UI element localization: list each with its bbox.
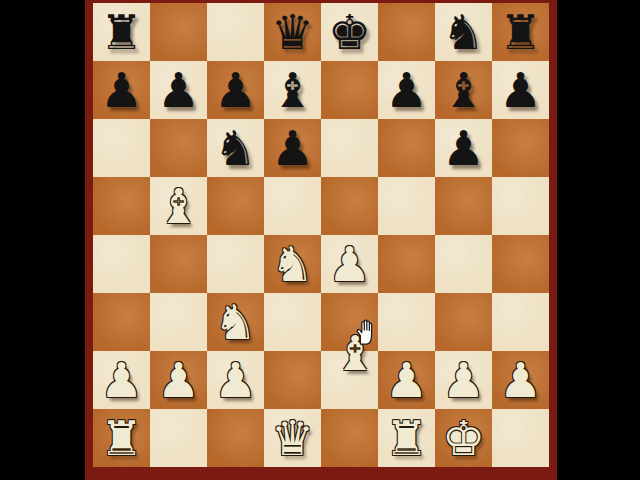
square-a5[interactable]	[93, 177, 150, 235]
white-pawn[interactable]: ♟	[492, 351, 549, 409]
chess-board[interactable]: ♜♛♚♞♜♟♟♟♝♟♝♟♞♟♟♝♞♟♞♟♟♟♟♟♟♜♛♜♚	[93, 3, 549, 467]
white-knight[interactable]: ♞	[207, 293, 264, 351]
square-b1[interactable]	[150, 409, 207, 467]
square-d2[interactable]	[264, 351, 321, 409]
square-d8[interactable]: ♛	[264, 3, 321, 61]
square-h1[interactable]	[492, 409, 549, 467]
square-c5[interactable]	[207, 177, 264, 235]
square-b8[interactable]	[150, 3, 207, 61]
board-frame: ♜♛♚♞♜♟♟♟♝♟♝♟♞♟♟♝♞♟♞♟♟♟♟♟♟♜♛♜♚ ♝	[85, 0, 557, 480]
square-g6[interactable]: ♟	[435, 119, 492, 177]
square-d4[interactable]: ♞	[264, 235, 321, 293]
square-c3[interactable]: ♞	[207, 293, 264, 351]
white-pawn[interactable]: ♟	[321, 235, 378, 293]
square-a2[interactable]: ♟	[93, 351, 150, 409]
square-f6[interactable]	[378, 119, 435, 177]
square-b5[interactable]: ♝	[150, 177, 207, 235]
square-g4[interactable]	[435, 235, 492, 293]
square-a6[interactable]	[93, 119, 150, 177]
black-knight[interactable]: ♞	[207, 119, 264, 177]
chess-app-window: ♜♛♚♞♜♟♟♟♝♟♝♟♞♟♟♝♞♟♞♟♟♟♟♟♟♜♛♜♚ ♝	[0, 0, 640, 480]
square-c6[interactable]: ♞	[207, 119, 264, 177]
black-king[interactable]: ♚	[321, 3, 378, 61]
square-a4[interactable]	[93, 235, 150, 293]
square-c1[interactable]	[207, 409, 264, 467]
square-h8[interactable]: ♜	[492, 3, 549, 61]
square-g8[interactable]: ♞	[435, 3, 492, 61]
white-knight[interactable]: ♞	[264, 235, 321, 293]
square-b7[interactable]: ♟	[150, 61, 207, 119]
black-rook[interactable]: ♜	[93, 3, 150, 61]
black-bishop[interactable]: ♝	[435, 61, 492, 119]
square-f4[interactable]	[378, 235, 435, 293]
black-pawn[interactable]: ♟	[207, 61, 264, 119]
square-g5[interactable]	[435, 177, 492, 235]
square-e4[interactable]: ♟	[321, 235, 378, 293]
white-pawn[interactable]: ♟	[378, 351, 435, 409]
square-a7[interactable]: ♟	[93, 61, 150, 119]
white-pawn[interactable]: ♟	[435, 351, 492, 409]
black-knight[interactable]: ♞	[435, 3, 492, 61]
square-b4[interactable]	[150, 235, 207, 293]
square-d3[interactable]	[264, 293, 321, 351]
white-rook[interactable]: ♜	[378, 409, 435, 467]
black-pawn[interactable]: ♟	[150, 61, 207, 119]
square-h6[interactable]	[492, 119, 549, 177]
square-g1[interactable]: ♚	[435, 409, 492, 467]
square-f7[interactable]: ♟	[378, 61, 435, 119]
square-f5[interactable]	[378, 177, 435, 235]
square-a8[interactable]: ♜	[93, 3, 150, 61]
square-f1[interactable]: ♜	[378, 409, 435, 467]
square-g2[interactable]: ♟	[435, 351, 492, 409]
black-bishop[interactable]: ♝	[264, 61, 321, 119]
square-c8[interactable]	[207, 3, 264, 61]
square-f8[interactable]	[378, 3, 435, 61]
square-b2[interactable]: ♟	[150, 351, 207, 409]
black-rook[interactable]: ♜	[492, 3, 549, 61]
square-d5[interactable]	[264, 177, 321, 235]
square-e8[interactable]: ♚	[321, 3, 378, 61]
square-g3[interactable]	[435, 293, 492, 351]
white-queen[interactable]: ♛	[264, 409, 321, 467]
white-bishop[interactable]: ♝	[150, 177, 207, 235]
square-e1[interactable]	[321, 409, 378, 467]
square-e2[interactable]	[321, 351, 378, 409]
white-rook[interactable]: ♜	[93, 409, 150, 467]
black-pawn[interactable]: ♟	[435, 119, 492, 177]
square-c4[interactable]	[207, 235, 264, 293]
square-a3[interactable]	[93, 293, 150, 351]
square-b6[interactable]	[150, 119, 207, 177]
square-g7[interactable]: ♝	[435, 61, 492, 119]
white-pawn[interactable]: ♟	[150, 351, 207, 409]
square-c2[interactable]: ♟	[207, 351, 264, 409]
square-d6[interactable]: ♟	[264, 119, 321, 177]
white-pawn[interactable]: ♟	[93, 351, 150, 409]
square-d1[interactable]: ♛	[264, 409, 321, 467]
square-c7[interactable]: ♟	[207, 61, 264, 119]
black-queen[interactable]: ♛	[264, 3, 321, 61]
square-h2[interactable]: ♟	[492, 351, 549, 409]
square-h5[interactable]	[492, 177, 549, 235]
square-h7[interactable]: ♟	[492, 61, 549, 119]
square-f2[interactable]: ♟	[378, 351, 435, 409]
white-king[interactable]: ♚	[435, 409, 492, 467]
square-e5[interactable]	[321, 177, 378, 235]
square-f3[interactable]	[378, 293, 435, 351]
square-h4[interactable]	[492, 235, 549, 293]
black-pawn[interactable]: ♟	[492, 61, 549, 119]
square-e3[interactable]	[321, 293, 378, 351]
square-d7[interactable]: ♝	[264, 61, 321, 119]
square-a1[interactable]: ♜	[93, 409, 150, 467]
square-b3[interactable]	[150, 293, 207, 351]
black-pawn[interactable]: ♟	[93, 61, 150, 119]
square-h3[interactable]	[492, 293, 549, 351]
black-pawn[interactable]: ♟	[264, 119, 321, 177]
black-pawn[interactable]: ♟	[378, 61, 435, 119]
white-pawn[interactable]: ♟	[207, 351, 264, 409]
square-e6[interactable]	[321, 119, 378, 177]
square-e7[interactable]	[321, 61, 378, 119]
